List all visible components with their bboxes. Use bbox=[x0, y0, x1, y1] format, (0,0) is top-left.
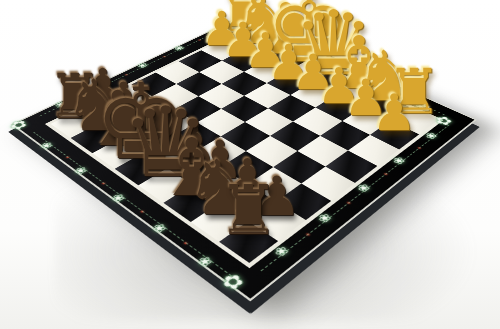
inlay-corner-lotus-icon: ✿ bbox=[431, 114, 456, 128]
board-square bbox=[115, 152, 168, 185]
board-square bbox=[190, 202, 248, 241]
product-photo-stage: ❀❀❀❀❀❀❀❀❀❀❀❀❀❀❀❀❀❀❀❀••••••••••••••••✿✿✿✿… bbox=[0, 0, 500, 329]
board-square bbox=[246, 136, 297, 167]
board-square bbox=[301, 166, 355, 201]
board-square bbox=[220, 184, 276, 221]
board-square bbox=[273, 151, 325, 184]
inlay-bud-icon: • bbox=[416, 146, 425, 151]
board-square bbox=[221, 122, 271, 151]
board-square bbox=[195, 137, 246, 168]
board-square bbox=[121, 123, 171, 152]
inlay-bud-icon: • bbox=[345, 200, 354, 206]
inlay-flower-icon: ❀ bbox=[389, 155, 407, 166]
board-square bbox=[248, 202, 305, 241]
board-square bbox=[320, 121, 370, 150]
inlay-flower-icon: ❀ bbox=[422, 131, 440, 141]
inlay-bud-icon: • bbox=[100, 181, 109, 187]
board-square bbox=[275, 184, 331, 221]
inlay-flower-icon: ❀ bbox=[270, 244, 291, 259]
board-square bbox=[71, 123, 121, 152]
inlay-bud-icon: • bbox=[382, 172, 391, 177]
board-square bbox=[348, 135, 399, 166]
board-square bbox=[270, 122, 320, 151]
inlay-bud-icon: • bbox=[182, 240, 192, 247]
board-square bbox=[370, 121, 419, 150]
inlay-bud-icon: • bbox=[64, 155, 72, 160]
board-square bbox=[247, 167, 301, 202]
board-square bbox=[143, 137, 194, 168]
board-square bbox=[92, 138, 143, 169]
inlay-bud-icon: • bbox=[139, 209, 148, 215]
board-square bbox=[138, 168, 192, 203]
board-square bbox=[219, 221, 278, 263]
board-square bbox=[325, 150, 377, 183]
board-square bbox=[167, 152, 220, 185]
board-square bbox=[164, 185, 220, 222]
board-square bbox=[220, 151, 273, 184]
board-square bbox=[171, 122, 221, 151]
inlay-flower-icon: ❀ bbox=[314, 211, 334, 225]
board-square bbox=[297, 136, 348, 167]
inlay-flower-icon: ❀ bbox=[354, 182, 373, 194]
inlay-bud-icon: • bbox=[304, 232, 314, 239]
board-square bbox=[193, 168, 247, 203]
